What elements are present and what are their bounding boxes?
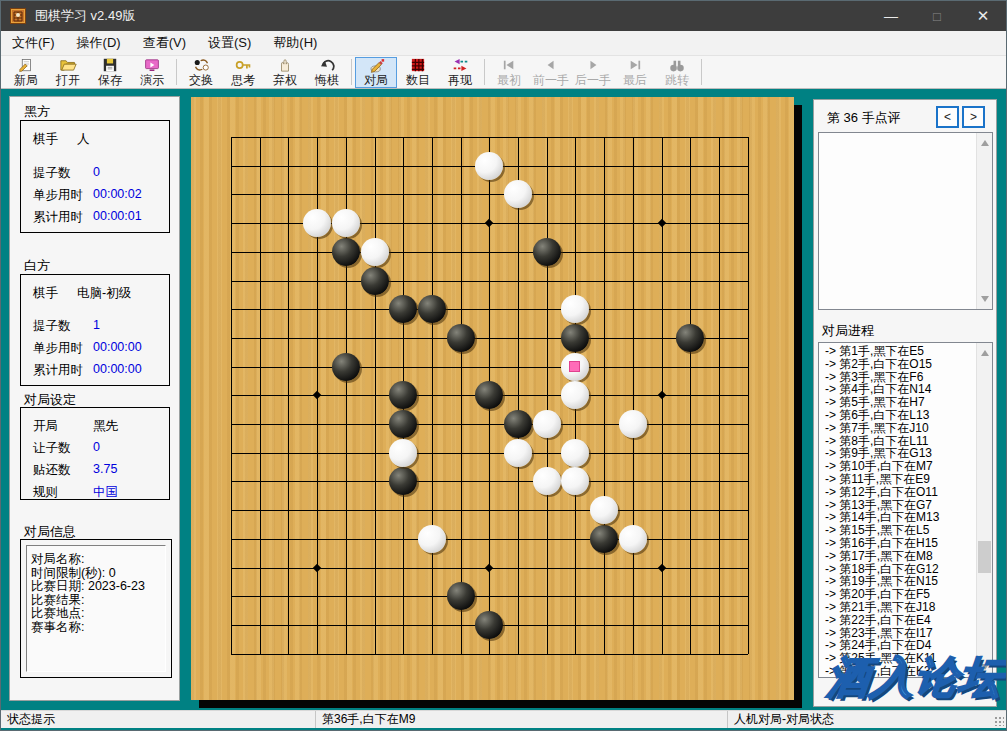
first-move-button: 最初 [488,57,530,88]
game-info-text: 对局名称: 时间限制(秒): 0 比赛日期: 2023-6-23 比赛结果: 比… [26,545,166,672]
white-player-value: 电脑-初级 [77,285,131,302]
move-list-item[interactable]: -> 第17手,黑下在M8 [819,550,976,563]
settings-box: 开局 黑先 让子数 0 贴还数 3.75 规则 中国 [20,407,170,500]
comment-scrollbar[interactable] [976,133,992,309]
goban[interactable] [191,97,794,700]
move-list-item[interactable]: -> 第21手,黑下在J18 [819,601,976,614]
resize-grip[interactable] [994,716,1004,726]
prev-move-button: 前一手 [530,57,572,88]
save-floppy-icon [103,58,117,73]
maximize-button: □ [914,1,960,31]
black-stone-Q8 [676,324,704,352]
play-button[interactable]: 对局 [355,57,397,88]
count-grid-icon [411,58,425,73]
status-hint: 状态提示 [1,711,316,728]
last-move-marker [569,361,580,372]
menu-help[interactable]: 帮助(H) [262,31,328,55]
black-stone-K11 [504,410,532,438]
binoculars-icon [669,58,685,73]
white-total-time: 00:00:00 [93,362,142,376]
white-stone-K3 [504,180,532,208]
grid-line [231,510,748,511]
pass-button[interactable]: 弃权 [264,57,306,88]
new-game-button[interactable]: 新局 [5,57,47,88]
black-stone-M8 [561,324,589,352]
black-stone-L5 [533,238,561,266]
move-list-scrollbar[interactable] [976,343,992,677]
grid-line [231,596,748,597]
black-stone-N15 [590,525,618,553]
move-list-item[interactable]: -> 第7手,黑下在J10 [819,422,976,435]
black-side-label: 黑方 [24,103,50,121]
star-point [485,564,493,572]
star-point [485,219,493,227]
white-stone-E4 [332,209,360,237]
white-stone-K12 [504,439,532,467]
white-stone-L13 [533,467,561,495]
left-info-panel: 黑方 棋手 人 提子数 0 单步用时 00:00:02 累计用时 00:00:0… [9,96,180,701]
replay-button[interactable]: 再现 [439,57,481,88]
star-point [658,391,666,399]
white-stone-M13 [561,467,589,495]
progress-label: 对局进程 [822,322,874,340]
comment-next-button[interactable]: > [962,106,985,128]
move-list[interactable]: -> 第1手,黑下在E5-> 第2手,白下在O15-> 第3手,黑下在F6-> … [818,342,993,678]
menu-bar: 文件(F) 操作(D) 查看(V) 设置(S) 帮助(H) [1,31,1006,56]
key-icon [235,58,252,73]
next-move-button: 后一手 [572,57,614,88]
comment-title: 第 36 手点评 [827,109,901,127]
demo-icon [144,58,160,73]
black-player-value: 人 [77,131,90,148]
white-stone-H15 [418,525,446,553]
black-stone-G13 [389,467,417,495]
toolbar: 新局 打开 保存 演示 交换 思考 [1,56,1006,89]
white-stone-M12 [561,439,589,467]
move-list-item[interactable]: -> 第11手,黑下在E9 [819,473,976,486]
app-icon [10,8,26,24]
black-step-time: 00:00:02 [93,187,142,201]
toolbar-separator [351,59,352,85]
black-stone-H7 [418,295,446,323]
swap-button[interactable]: 交换 [180,57,222,88]
white-stone-O15 [619,525,647,553]
star-point [658,219,666,227]
main-area: 黑方 棋手 人 提子数 0 单步用时 00:00:02 累计用时 00:00:0… [1,89,1006,710]
black-total-time: 00:00:01 [93,209,142,223]
open-folder-icon [60,58,77,73]
menu-operate[interactable]: 操作(D) [66,31,132,55]
toolbar-separator [701,59,702,85]
toolbar-separator [484,59,485,85]
count-button[interactable]: 数目 [397,57,439,88]
grid-line [719,137,720,654]
last-move-button: 最后 [614,57,656,88]
jump-button: 跳转 [656,57,698,88]
next-icon [586,58,600,73]
think-button[interactable]: 思考 [222,57,264,88]
game-info-box: 对局名称: 时间限制(秒): 0 比赛日期: 2023-6-23 比赛结果: 比… [20,539,172,678]
white-stone-L11 [533,410,561,438]
white-stone-J2 [475,152,503,180]
demo-button[interactable]: 演示 [131,57,173,88]
replay-arrows-icon [452,58,469,73]
app-window: 围棋学习 v2.49版 — □ ✕ 文件(F) 操作(D) 查看(V) 设置(S… [0,0,1007,731]
white-stone-G12 [389,439,417,467]
black-stone-G10 [389,381,417,409]
scroll-down-icon[interactable] [981,296,989,302]
black-stone-F6 [361,267,389,295]
star-point [313,564,321,572]
white-stone-F5 [361,238,389,266]
grid-line [231,654,748,655]
star-point [658,564,666,572]
menu-file[interactable]: 文件(F) [1,31,66,55]
move-list-item[interactable]: -> 第2手,白下在O15 [819,358,976,371]
move-list-item[interactable]: -> 第22手,白下在E4 [819,614,976,627]
white-stone-D4 [303,209,331,237]
status-bar: 状态提示 第36手,白下在M9 人机对局-对局状态 [1,710,1006,728]
last-icon [628,58,642,73]
white-step-time: 00:00:00 [93,340,142,354]
hand-pencil-icon [368,58,385,73]
handicap-value: 0 [93,440,100,454]
grid-line [231,424,748,425]
grid-line [518,137,519,654]
undo-button[interactable]: 悔棋 [306,57,348,88]
black-stone-I8 [447,324,475,352]
white-captures-value: 1 [93,318,100,332]
black-stone-E5 [332,238,360,266]
black-stone-G7 [389,295,417,323]
comment-header: 第 36 手点评 < > [814,106,996,130]
grid-line [231,539,748,540]
window-title: 围棋学习 v2.49版 [35,7,868,25]
opening-value: 黑先 [93,418,118,435]
white-stone-N14 [590,496,618,524]
move-list-items: -> 第1手,黑下在E5-> 第2手,白下在O15-> 第3手,黑下在F6-> … [819,345,976,677]
black-captures-value: 0 [93,165,100,179]
close-button[interactable]: ✕ [960,1,1006,31]
rules-value: 中国 [93,484,118,501]
first-icon [502,58,516,73]
black-stone-G11 [389,410,417,438]
title-bar: 围棋学习 v2.49版 — □ ✕ [1,1,1006,31]
scrollbar-thumb[interactable] [978,541,991,573]
white-stone-M10 [561,381,589,409]
save-button[interactable]: 保存 [89,57,131,88]
right-panel: 第 36 手点评 < > 对局进程 -> 第1手,黑下在E5-> 第2手,白下在… [813,99,997,707]
grid-line [547,137,548,654]
raised-hand-icon [278,58,292,73]
comment-prev-button[interactable]: < [936,106,959,128]
prev-icon [544,58,558,73]
white-stone-M7 [561,295,589,323]
minimize-button[interactable]: — [868,1,914,31]
scroll-up-icon[interactable] [981,350,989,356]
scroll-up-icon[interactable] [981,140,989,146]
black-stone-E9 [332,353,360,381]
watermark: 酒入论坛 [824,649,1006,707]
grid-line [633,137,634,654]
move-list-item[interactable]: -> 第16手,白下在H15 [819,537,976,550]
move-list-item[interactable]: -> 第12手,白下在O11 [819,486,976,499]
black-stone-J18 [475,611,503,639]
komi-value: 3.75 [93,462,117,476]
grid-line [604,137,605,654]
menu-settings[interactable]: 设置(S) [197,31,262,55]
star-point [313,391,321,399]
comment-box[interactable] [818,132,993,310]
grid-line [231,453,748,454]
undo-arrow-icon [319,58,335,73]
open-button[interactable]: 打开 [47,57,89,88]
grid-line [231,481,748,482]
grid-line [690,137,691,654]
white-stone-O11 [619,410,647,438]
menu-view[interactable]: 查看(V) [132,31,197,55]
move-list-item[interactable]: -> 第6手,白下在L13 [819,409,976,422]
toolbar-separator [176,59,177,85]
white-side-box: 棋手 电脑-初级 提子数 1 单步用时 00:00:00 累计用时 00:00:… [20,274,170,386]
black-stone-I17 [447,582,475,610]
black-stone-J10 [475,381,503,409]
status-mode: 人机对局-对局状态 [728,711,1007,728]
move-list-item[interactable]: -> 第1手,黑下在E5 [819,345,976,358]
swap-stones-icon [193,58,210,73]
grid-line [748,137,749,654]
status-last-move: 第36手,白下在M9 [316,711,728,728]
new-game-icon [18,58,34,73]
white-side-label: 白方 [24,257,50,275]
black-side-box: 棋手 人 提子数 0 单步用时 00:00:02 累计用时 00:00:01 [20,120,170,233]
